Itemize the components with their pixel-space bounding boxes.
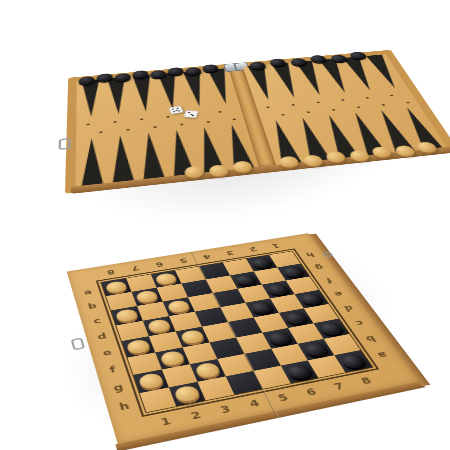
light-checker-e3[interactable] [179,329,205,345]
rank-label-g: g [313,264,325,272]
rank-label-c: c [92,316,102,325]
decor-dot [180,124,183,126]
decor-dot [99,131,102,133]
dark-checker-h8[interactable] [338,353,367,370]
file-label-2: 2 [247,246,258,253]
point-left-bot-2[interactable] [108,134,136,182]
backgammon-checker-dark[interactable] [114,73,131,82]
file-label-7: 7 [332,381,346,392]
rank-label-a: a [83,288,93,296]
dark-checker-f6[interactable] [266,330,294,346]
backgammon-checker-dark[interactable] [167,67,184,76]
file-label-8: 8 [106,268,116,276]
rank-label-h: h [118,400,131,412]
rank-label-h: h [305,251,317,259]
decor-dot [357,106,361,108]
rank-label-f: f [108,364,116,374]
decor-dot [266,106,269,108]
rank-label-d: d [96,331,107,341]
point-left-top-5[interactable] [181,70,211,107]
file-label-1: 1 [159,416,172,428]
light-checker-h2[interactable] [173,384,202,403]
file-label-3: 3 [219,404,233,416]
die-1[interactable] [168,106,184,115]
dark-checker-d6[interactable] [249,300,275,315]
file-label-2: 2 [189,410,202,422]
decor-dot [332,109,336,111]
decor-dot [341,99,345,101]
product-photo-scene: abcdefgh abcdefgh 12345678 12345678 [0,0,450,450]
decor-dot [233,118,236,120]
latch-icon [71,338,85,351]
rank-label-f: f [324,277,334,285]
decor-dot [113,121,116,123]
chess-board: abcdefgh abcdefgh 12345678 12345678 [67,233,419,444]
decor-dot [316,102,320,104]
dark-checker-e7[interactable] [283,310,310,325]
die-pip [173,111,175,112]
rank-label-b: b [87,302,98,311]
die-2[interactable] [183,110,198,118]
chessboard-perspective-wrap: abcdefgh abcdefgh 12345678 12345678 [10,190,446,450]
file-label-6: 6 [154,260,164,268]
point-left-bot-1[interactable] [79,137,106,186]
decor-dot [140,118,143,120]
file-label-8: 8 [359,375,374,386]
decor-dot [390,95,394,97]
decor-dot [281,114,285,116]
die-pip [172,108,174,109]
light-checker-g3[interactable] [194,361,222,379]
file-label-7: 7 [130,264,140,272]
backgammon-playing-field [76,54,447,186]
die-pip [178,110,180,111]
decor-dot [166,116,169,118]
light-checker-g1[interactable] [137,372,165,390]
point-left-top-1[interactable] [79,79,103,118]
light-checker-e1[interactable] [125,339,151,356]
point-left-top-3[interactable] [131,75,158,113]
file-label-1: 1 [270,242,281,249]
file-label-3: 3 [225,249,236,256]
dark-checker-f8[interactable] [317,321,345,337]
decor-dot [87,123,90,125]
point-left-top-2[interactable] [105,77,130,115]
die-pip [192,115,194,116]
rank-label-g: g [112,382,124,393]
decor-dot [307,111,311,113]
decor-dot [406,102,410,104]
point-right-top-6[interactable] [364,54,405,89]
light-checker-d2[interactable] [146,318,172,334]
file-label-5: 5 [276,392,290,404]
decor-dot [153,126,156,128]
file-label-4: 4 [248,398,262,410]
file-label-6: 6 [304,386,318,397]
latch-icon [59,138,71,150]
file-label-5: 5 [178,257,189,265]
rank-label-a: a [376,350,390,360]
decor-dot [218,111,221,113]
light-checker-f2[interactable] [159,350,186,367]
rank-label-d: d [342,304,355,313]
backgammon-board [65,50,450,194]
rank-label-c: c [354,319,366,328]
decor-dot [206,121,209,123]
rank-label-b: b [364,334,378,344]
decor-dot [127,129,130,131]
dark-checker-h6[interactable] [285,363,314,381]
dark-checker-d8[interactable] [298,292,324,306]
rank-label-e: e [332,290,344,298]
decor-dot [366,97,370,99]
file-label-4: 4 [201,253,212,261]
backgammon-left-half [76,68,259,186]
backgammon-right-half [243,54,447,165]
die-pip [177,108,179,109]
point-right-top-2[interactable] [270,63,305,99]
rank-label-e: e [101,347,112,357]
decor-dot [291,104,295,106]
point-left-bot-3[interactable] [136,132,167,180]
decor-dot [382,104,386,106]
